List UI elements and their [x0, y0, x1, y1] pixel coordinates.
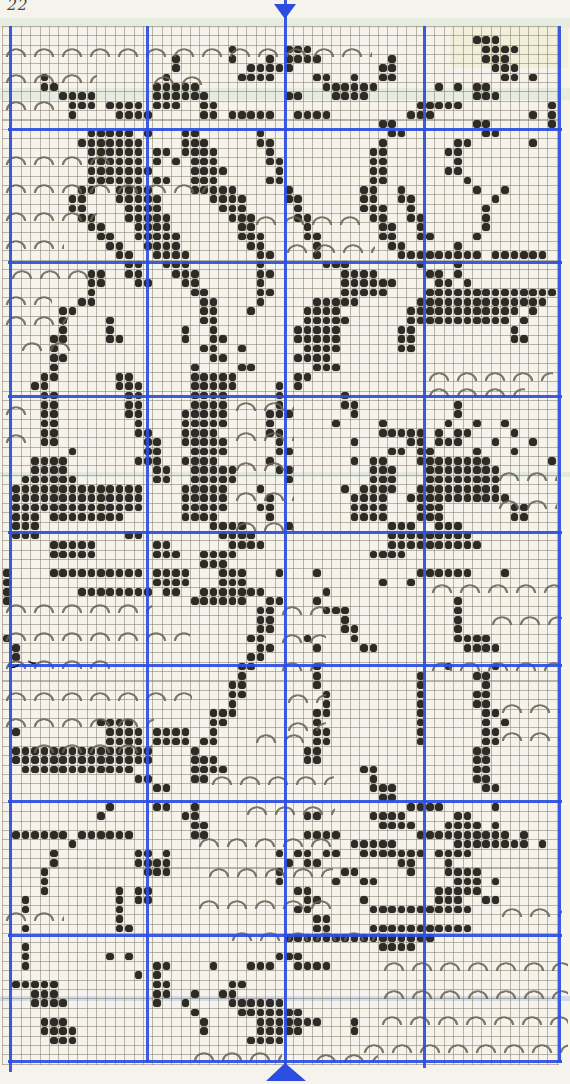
stitch-dot [492, 822, 500, 830]
stitch-dot [473, 644, 481, 652]
stitch-dot [229, 205, 237, 213]
stitch-dot [304, 962, 312, 970]
stitch-dot [182, 438, 190, 446]
stitch-dot [238, 1009, 246, 1017]
stitch-dot [41, 410, 49, 418]
stitch-dot [191, 494, 199, 502]
stitch-dot [379, 205, 387, 213]
stitch-dot [370, 205, 378, 213]
stitch-dot [464, 878, 472, 886]
stitch-dot [153, 457, 161, 465]
stitch-dot [445, 438, 453, 446]
stitch-dot [106, 167, 114, 175]
stitch-dot [219, 522, 227, 530]
stitch-dot [238, 569, 246, 577]
stitch-dot [125, 410, 133, 418]
stitch-dot [492, 298, 500, 306]
stitch-dot [247, 635, 255, 643]
stitch-dot [379, 177, 387, 185]
stitch-dot [520, 335, 528, 343]
stitch-dot [435, 298, 443, 306]
stitch-dot [182, 504, 190, 512]
stitch-dot [454, 148, 462, 156]
stitch-dot [200, 775, 208, 783]
stitch-dot [294, 195, 302, 203]
stitch-dot [135, 569, 143, 577]
stitch-dot [172, 158, 180, 166]
stitch-dot [276, 999, 284, 1007]
stitch-dot [257, 279, 265, 287]
scallop-stitch-row [243, 802, 335, 815]
stitch-dot [492, 485, 500, 493]
stitch-dot [50, 756, 58, 764]
stitch-dot [548, 289, 556, 297]
stitch-dot [191, 766, 199, 774]
stitch-dot [388, 233, 396, 241]
stitch-dot [116, 831, 124, 839]
stitch-dot [276, 1037, 284, 1045]
stitch-dot [464, 289, 472, 297]
stitch-dot [492, 307, 500, 315]
stitch-dot [388, 466, 396, 474]
stitch-dot [135, 728, 143, 736]
stitch-dot [294, 1027, 302, 1035]
stitch-dot [200, 1027, 208, 1035]
stitch-dot [135, 850, 143, 858]
stitch-dot [482, 840, 490, 848]
stitch-dot [182, 270, 190, 278]
stitch-dot [22, 494, 30, 502]
stitch-dot [31, 485, 39, 493]
stitch-dot [12, 831, 20, 839]
stitch-dot [106, 831, 114, 839]
stitch-dot [97, 223, 105, 231]
stitch-dot [200, 476, 208, 484]
scallop-stitch-row [195, 834, 331, 847]
stitch-dot [182, 728, 190, 736]
stitch-dot [492, 64, 500, 72]
stitch-dot [294, 1018, 302, 1026]
stitch-dot [520, 289, 528, 297]
stitch-dot [41, 831, 49, 839]
stitch-dot [210, 307, 218, 315]
stitch-dot [360, 840, 368, 848]
stitch-dot [22, 504, 30, 512]
stitch-dot [88, 279, 96, 287]
stitch-dot [88, 831, 96, 839]
stitch-dot [135, 410, 143, 418]
stitch-dot [22, 747, 30, 755]
stitch-dot [445, 279, 453, 287]
stitch-dot [501, 831, 509, 839]
stitch-dot [426, 504, 434, 512]
scallop-stitch-row [2, 180, 208, 193]
stitch-dot [22, 953, 30, 961]
stitch-dot [106, 242, 114, 250]
stitch-dot [313, 915, 321, 923]
stitch-dot [473, 92, 481, 100]
stitch-dot [388, 850, 396, 858]
stitch-dot [482, 672, 490, 680]
stitch-dot [210, 102, 218, 110]
stitch-dot [153, 102, 161, 110]
stitch-dot [69, 1037, 77, 1045]
stitch-dot [69, 569, 77, 577]
stitch-dot [200, 148, 208, 156]
stitch-dot [163, 588, 171, 596]
stitch-dot [50, 476, 58, 484]
stitch-dot [135, 896, 143, 904]
stitch-dot [379, 466, 387, 474]
stitch-dot [445, 541, 453, 549]
stitch-dot [210, 111, 218, 119]
stitch-dot [153, 195, 161, 203]
stitch-dot [529, 289, 537, 297]
stitch-dot [473, 868, 481, 876]
stitch-dot [116, 494, 124, 502]
stitch-dot [135, 485, 143, 493]
stitch-dot [219, 504, 227, 512]
stitch-dot [407, 579, 415, 587]
stitch-dot [435, 307, 443, 315]
stitch-dot [464, 812, 472, 820]
stitch-dot [454, 485, 462, 493]
stitch-dot [257, 251, 265, 259]
stitch-dot [163, 551, 171, 559]
stitch-dot [445, 167, 453, 175]
stitch-dot [125, 195, 133, 203]
stitch-dot [294, 326, 302, 334]
stitch-dot [153, 158, 161, 166]
stitch-dot [304, 345, 312, 353]
stitch-dot [379, 279, 387, 287]
stitch-dot [219, 410, 227, 418]
stitch-dot [351, 279, 359, 287]
stitch-dot [78, 588, 86, 596]
stitch-dot [219, 709, 227, 717]
stitch-dot [135, 195, 143, 203]
stitch-dot [116, 887, 124, 895]
stitch-dot [454, 850, 462, 858]
stitch-dot [426, 925, 434, 933]
stitch-dot [426, 289, 434, 297]
stitch-dot [219, 382, 227, 390]
stitch-dot [219, 401, 227, 409]
stitch-dot [50, 513, 58, 521]
stitch-dot [482, 83, 490, 91]
stitch-dot [163, 784, 171, 792]
stitch-dot [69, 513, 77, 521]
stitch-dot [332, 317, 340, 325]
stitch-dot [323, 317, 331, 325]
stitch-dot [257, 289, 265, 297]
stitch-dot [266, 289, 274, 297]
scallop-stitch-row [2, 656, 114, 669]
stitch-dot [351, 635, 359, 643]
stitch-dot [219, 719, 227, 727]
stitch-dot [492, 195, 500, 203]
stitch-dot [229, 990, 237, 998]
stitch-dot [153, 999, 161, 1007]
stitch-dot [351, 1018, 359, 1026]
stitch-dot [191, 457, 199, 465]
stitch-dot [435, 102, 443, 110]
stitch-dot [482, 214, 490, 222]
stitch-dot [266, 1037, 274, 1045]
stitch-dot [257, 1037, 265, 1045]
stitch-dot [191, 148, 199, 156]
stitch-dot [59, 457, 67, 465]
stitch-dot [125, 214, 133, 222]
stitch-dot [172, 64, 180, 72]
stitch-dot [388, 279, 396, 287]
stitch-dot [473, 485, 481, 493]
stitch-dot [210, 345, 218, 353]
stitch-dot [191, 373, 199, 381]
stitch-dot [482, 205, 490, 213]
stitch-dot [473, 878, 481, 886]
stitch-dot [153, 448, 161, 456]
stitch-dot [88, 289, 96, 297]
stitch-dot [210, 326, 218, 334]
stitch-dot [125, 728, 133, 736]
stitch-dot [482, 700, 490, 708]
stitch-dot [294, 887, 302, 895]
stitch-dot [501, 74, 509, 82]
stitch-dot [163, 242, 171, 250]
stitch-dot [135, 859, 143, 867]
stitch-dot [351, 401, 359, 409]
stitch-dot [473, 317, 481, 325]
stitch-dot [50, 373, 58, 381]
stitch-dot [163, 214, 171, 222]
stitch-dot [41, 382, 49, 390]
stitch-dot [125, 766, 133, 774]
stitch-dot [426, 448, 434, 456]
stitch-dot [210, 335, 218, 343]
stitch-dot [445, 485, 453, 493]
stitch-dot [276, 953, 284, 961]
stitch-dot [69, 551, 77, 559]
stitch-dot [163, 728, 171, 736]
stitch-dot [50, 466, 58, 474]
stitch-dot [323, 588, 331, 596]
stitch-dot [548, 120, 556, 128]
stitch-dot [41, 457, 49, 465]
stitch-dot [69, 476, 77, 484]
stitch-dot [182, 139, 190, 147]
stitch-dot [210, 560, 218, 568]
stitch-dot [247, 1037, 255, 1045]
stitch-dot [191, 812, 199, 820]
stitch-dot [454, 569, 462, 577]
stitch-dot [520, 251, 528, 259]
stitch-dot [257, 653, 265, 661]
stitch-dot [511, 64, 519, 72]
section-divider-horizontal-line [8, 128, 562, 131]
stitch-dot [135, 214, 143, 222]
stitch-dot [50, 551, 58, 559]
stitch-dot [219, 569, 227, 577]
stitch-dot [407, 214, 415, 222]
stitch-dot [12, 485, 20, 493]
stitch-dot [266, 148, 274, 156]
stitch-dot [454, 139, 462, 147]
stitch-dot [398, 925, 406, 933]
stitch-dot [163, 850, 171, 858]
stitch-dot [511, 307, 519, 315]
stitch-dot [529, 438, 537, 446]
stitch-dot [135, 457, 143, 465]
stitch-dot [125, 382, 133, 390]
stitch-dot [454, 158, 462, 166]
stitch-dot [341, 485, 349, 493]
stitch-dot [529, 307, 537, 315]
stitch-dot [229, 681, 237, 689]
stitch-dot [210, 298, 218, 306]
stitch-dot [200, 317, 208, 325]
stitch-dot [351, 840, 359, 848]
stitch-dot [445, 822, 453, 830]
stitch-dot [482, 728, 490, 736]
stitch-dot [370, 279, 378, 287]
scallop-stitch-row [2, 152, 114, 165]
stitch-dot [153, 962, 161, 970]
stitch-dot [238, 364, 246, 372]
stitch-dot [379, 513, 387, 521]
stitch-dot [238, 74, 246, 82]
stitch-dot [200, 401, 208, 409]
stitch-dot [191, 504, 199, 512]
stitch-dot [473, 448, 481, 456]
stitch-dot [31, 513, 39, 521]
stitch-dot [398, 448, 406, 456]
stitch-dot [323, 915, 331, 923]
stitch-dot [125, 139, 133, 147]
stitch-dot [370, 214, 378, 222]
stitch-dot [341, 83, 349, 91]
stitch-dot [153, 251, 161, 259]
stitch-dot [407, 307, 415, 315]
stitch-dot [78, 541, 86, 549]
stitch-dot [22, 476, 30, 484]
stitch-dot [41, 887, 49, 895]
stitch-dot [135, 382, 143, 390]
stitch-dot [41, 83, 49, 91]
stitch-dot [341, 279, 349, 287]
stitch-dot [106, 953, 114, 961]
stitch-dot [125, 569, 133, 577]
stitch-dot [379, 233, 387, 241]
stitch-dot [454, 616, 462, 624]
stitch-dot [454, 270, 462, 278]
stitch-dot [426, 457, 434, 465]
stitch-dot [464, 298, 472, 306]
stitch-dot [257, 139, 265, 147]
stitch-dot [464, 822, 472, 830]
stitch-dot [454, 83, 462, 91]
stitch-dot [257, 588, 265, 596]
stitch-dot [106, 513, 114, 521]
stitch-dot [116, 242, 124, 250]
stitch-dot [172, 102, 180, 110]
stitch-dot [31, 466, 39, 474]
stitch-dot [492, 36, 500, 44]
stitch-dot [153, 148, 161, 156]
stitch-dot [78, 102, 86, 110]
stitch-dot [116, 766, 124, 774]
stitch-dot [172, 551, 180, 559]
stitch-dot [163, 251, 171, 259]
stitch-dot [407, 205, 415, 213]
stitch-dot [379, 476, 387, 484]
stitch-dot [473, 672, 481, 680]
stitch-dot [210, 719, 218, 727]
stitch-dot [407, 822, 415, 830]
stitch-dot [125, 925, 133, 933]
stitch-dot [210, 148, 218, 156]
stitch-dot [473, 691, 481, 699]
stitch-dot [182, 494, 190, 502]
stitch-dot [50, 457, 58, 465]
stitch-dot [191, 513, 199, 521]
stitch-dot [12, 644, 20, 652]
stitch-dot [482, 896, 490, 904]
stitch-dot [398, 195, 406, 203]
stitch-dot [125, 111, 133, 119]
stitch-dot [501, 298, 509, 306]
stitch-dot [360, 850, 368, 858]
stitch-dot [12, 513, 20, 521]
stitch-dot [50, 364, 58, 372]
stitch-dot [426, 541, 434, 549]
stitch-dot [473, 298, 481, 306]
stitch-dot [379, 148, 387, 156]
stitch-dot [88, 569, 96, 577]
stitch-dot [219, 420, 227, 428]
scallop-stitch-row [2, 70, 97, 83]
stitch-dot [473, 83, 481, 91]
stitch-dot [153, 569, 161, 577]
stitch-dot [454, 831, 462, 839]
stitch-dot [454, 541, 462, 549]
stitch-dot [388, 55, 396, 63]
stitch-dot [454, 906, 462, 914]
stitch-dot [407, 859, 415, 867]
stitch-dot [163, 476, 171, 484]
stitch-dot [304, 850, 312, 858]
stitch-dot [473, 457, 481, 465]
stitch-dot [191, 448, 199, 456]
stitch-dot [370, 850, 378, 858]
stitch-dot [31, 504, 39, 512]
stitch-dot [351, 438, 359, 446]
stitch-dot [22, 896, 30, 904]
stitch-dot [388, 74, 396, 82]
stitch-dot [548, 457, 556, 465]
stitch-dot [229, 195, 237, 203]
stitch-dot [482, 289, 490, 297]
stitch-dot [41, 485, 49, 493]
stitch-dot [229, 373, 237, 381]
stitch-dot [294, 111, 302, 119]
stitch-dot [445, 859, 453, 867]
stitch-dot [379, 457, 387, 465]
stitch-dot [135, 270, 143, 278]
stitch-dot [276, 167, 284, 175]
stitch-dot [125, 158, 133, 166]
stitch-dot [482, 307, 490, 315]
